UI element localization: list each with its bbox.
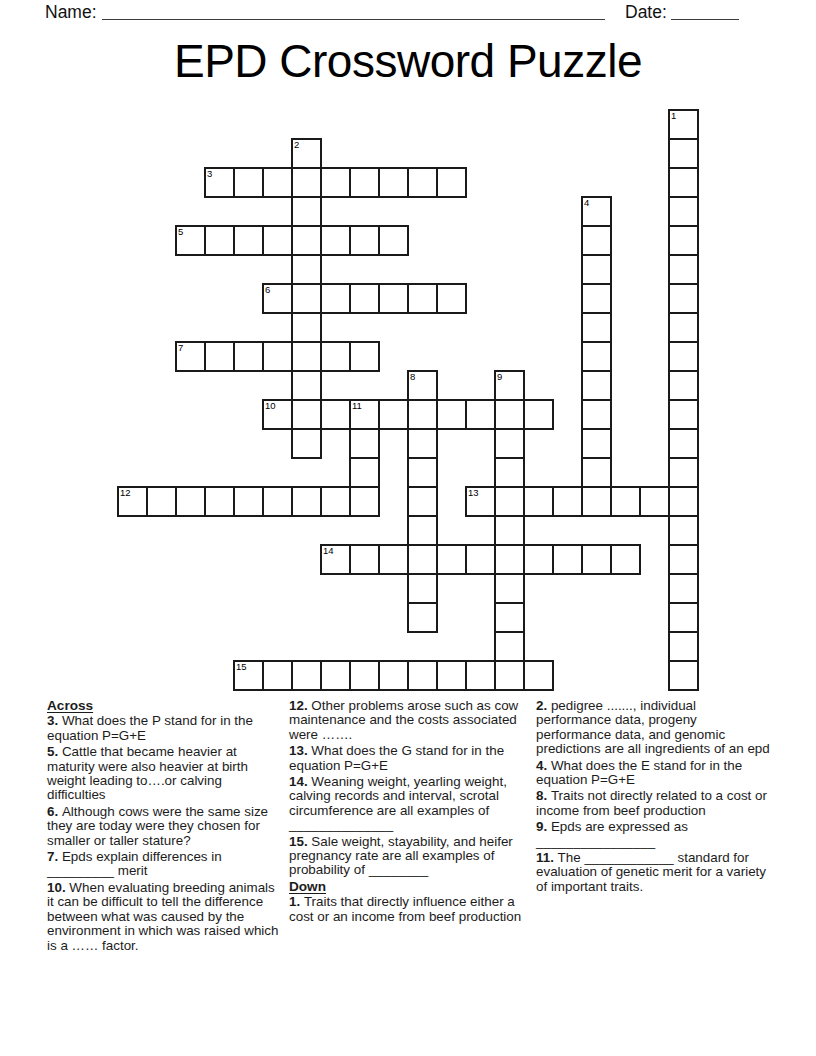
grid-cell-r0c19[interactable]: 1 [669,110,698,139]
grid-cell-r11c19[interactable] [669,429,698,458]
grid-cell-r8c6[interactable] [292,342,321,371]
grid-cell-r4c3[interactable] [205,226,234,255]
clue-11: 11. The ____________ standard for evalua… [536,851,773,894]
grid-cell-r8c3[interactable] [205,342,234,371]
grid-cell-r4c4[interactable] [234,226,263,255]
grid-cell-r7c16[interactable] [582,313,611,342]
grid-cell-r4c9[interactable] [379,226,408,255]
grid-cell-r13c14[interactable] [524,487,553,516]
grid-cell-r13c0[interactable]: 12 [118,487,147,516]
grid-cell-r12c13[interactable] [495,458,524,487]
grid-cell-r2c3[interactable]: 3 [205,168,234,197]
date-label: Date: [625,2,667,22]
grid-cell-r8c4[interactable] [234,342,263,371]
grid-cell-r6c11[interactable] [437,284,466,313]
grid-cell-r4c16[interactable] [582,226,611,255]
cell-number-7: 7 [178,343,183,353]
grid-cell-r12c16[interactable] [582,458,611,487]
clue-7: 7. Epds explain differences in _________… [47,850,284,879]
clue-8: 8. Traits not directly related to a cost… [536,789,773,818]
cell-number-8: 8 [410,372,415,382]
grid-cell-r15c8[interactable] [350,545,379,574]
grid-cell-r10c6[interactable] [292,400,321,429]
grid-cell-r19c7[interactable] [321,661,350,690]
grid-cell-r19c10[interactable] [408,661,437,690]
grid-cell-r6c10[interactable] [408,284,437,313]
grid-cell-r2c8[interactable] [350,168,379,197]
grid-cell-r3c6[interactable] [292,197,321,226]
clue-2: 2. pedigree ......., individual performa… [536,699,773,757]
grid-cell-r10c11[interactable] [437,400,466,429]
cell-number-12: 12 [120,488,131,498]
grid-cell-r9c10[interactable]: 8 [408,371,437,400]
grid-cell-r15c13[interactable] [495,545,524,574]
cell-number-15: 15 [236,662,247,672]
clue-6: 6. Although cows were the same size they… [47,805,284,848]
grid-cell-r17c19[interactable] [669,603,698,632]
grid-cell-r13c16[interactable] [582,487,611,516]
cell-number-10: 10 [265,401,276,411]
grid-cell-r15c12[interactable] [466,545,495,574]
grid-cell-r1c6[interactable]: 2 [292,139,321,168]
cell-number-9: 9 [497,372,502,382]
grid-cell-r13c15[interactable] [553,487,582,516]
grid-cell-r15c16[interactable] [582,545,611,574]
grid-cell-r10c12[interactable] [466,400,495,429]
grid-cell-r10c13[interactable] [495,400,524,429]
grid-cell-r6c5[interactable]: 6 [263,284,292,313]
grid-cell-r15c19[interactable] [669,545,698,574]
grid-cell-r13c4[interactable] [234,487,263,516]
grid-cell-r10c19[interactable] [669,400,698,429]
grid-cell-r3c19[interactable] [669,197,698,226]
grid-cell-r15c15[interactable] [553,545,582,574]
grid-cell-r13c2[interactable] [176,487,205,516]
grid-cell-r15c17[interactable] [611,545,640,574]
grid-cell-r8c16[interactable] [582,342,611,371]
grid-cell-r1c19[interactable] [669,139,698,168]
grid-cell-r4c19[interactable] [669,226,698,255]
grid-cell-r5c6[interactable] [292,255,321,284]
grid-cell-r16c13[interactable] [495,574,524,603]
grid-cell-r5c16[interactable] [582,255,611,284]
grid-cell-r19c8[interactable] [350,661,379,690]
grid-cell-r17c10[interactable] [408,603,437,632]
grid-cell-r15c14[interactable] [524,545,553,574]
grid-cell-r2c11[interactable] [437,168,466,197]
page-title: EPD Crossword Puzzle [0,34,816,88]
grid-cell-r19c9[interactable] [379,661,408,690]
crossword-grid: 123456789101112131415 [118,110,698,690]
name-blank-line [102,19,605,20]
grid-cell-r13c5[interactable] [263,487,292,516]
clue-1: 1. Traits that directly influence either… [289,895,526,924]
grid-cell-r2c6[interactable] [292,168,321,197]
cell-number-4: 4 [584,198,589,208]
grid-cell-r4c6[interactable] [292,226,321,255]
grid-cell-r15c11[interactable] [437,545,466,574]
grid-cell-r2c19[interactable] [669,168,698,197]
grid-cell-r13c10[interactable] [408,487,437,516]
clue-3: 3. What does the P stand for in the equa… [47,714,284,743]
clue-column-3: 2. pedigree ......., individual performa… [536,699,773,896]
grid-cell-r2c5[interactable] [263,168,292,197]
grid-cell-r18c19[interactable] [669,632,698,661]
clue-4: 4. What does the E stand for in the equa… [536,759,773,788]
cell-number-14: 14 [323,546,334,556]
grid-cell-r10c5[interactable]: 10 [263,400,292,429]
grid-cell-r9c13[interactable]: 9 [495,371,524,400]
grid-cell-r8c5[interactable] [263,342,292,371]
grid-cell-r4c7[interactable] [321,226,350,255]
grid-cell-r12c10[interactable] [408,458,437,487]
clue-5: 5. Cattle that became heavier at maturit… [47,745,284,803]
grid-cell-r8c19[interactable] [669,342,698,371]
grid-cell-r10c9[interactable] [379,400,408,429]
grid-cell-r15c7[interactable]: 14 [321,545,350,574]
grid-cell-r19c5[interactable] [263,661,292,690]
grid-cell-r13c7[interactable] [321,487,350,516]
grid-cell-r19c12[interactable] [466,661,495,690]
cell-number-6: 6 [265,285,270,295]
grid-cell-r14c13[interactable] [495,516,524,545]
grid-cell-r10c8[interactable]: 11 [350,400,379,429]
clue-15: 15. Sale weight, stayability, and heifer… [289,835,526,878]
worksheet-page: Name: Date: EPD Crossword Puzzle 1234567… [0,0,816,1056]
grid-cell-r4c2[interactable]: 5 [176,226,205,255]
grid-cell-r7c6[interactable] [292,313,321,342]
grid-cell-r6c7[interactable] [321,284,350,313]
clue-10: 10. When evaluating breeding animals it … [47,881,284,953]
grid-cell-r2c10[interactable] [408,168,437,197]
clues-down-header: Down [289,880,526,894]
grid-cell-r17c13[interactable] [495,603,524,632]
grid-cell-r19c6[interactable] [292,661,321,690]
clues-across-header: Across [47,699,284,713]
grid-cell-r2c7[interactable] [321,168,350,197]
cell-number-1: 1 [671,111,676,121]
clue-12: 12. Other problems arose such as cow mai… [289,699,526,742]
grid-cell-r11c10[interactable] [408,429,437,458]
clue-column-2: 12. Other problems arose such as cow mai… [289,699,526,926]
grid-cell-r10c10[interactable] [408,400,437,429]
grid-cell-r11c13[interactable] [495,429,524,458]
grid-cell-r16c10[interactable] [408,574,437,603]
grid-cell-r13c19[interactable] [669,487,698,516]
grid-cell-r14c10[interactable] [408,516,437,545]
grid-cell-r11c16[interactable] [582,429,611,458]
grid-cell-r6c9[interactable] [379,284,408,313]
grid-cell-r3c16[interactable]: 4 [582,197,611,226]
grid-cell-r14c19[interactable] [669,516,698,545]
grid-cell-r12c8[interactable] [350,458,379,487]
cell-number-13: 13 [468,488,479,498]
grid-cell-r12c19[interactable] [669,458,698,487]
grid-cell-r19c4[interactable]: 15 [234,661,263,690]
date-blank-line [671,19,739,20]
grid-cell-r10c16[interactable] [582,400,611,429]
grid-cell-r9c19[interactable] [669,371,698,400]
grid-cell-r8c2[interactable]: 7 [176,342,205,371]
grid-cell-r13c3[interactable] [205,487,234,516]
cell-number-11: 11 [352,401,362,411]
grid-cell-r13c12[interactable]: 13 [466,487,495,516]
grid-cell-r8c8[interactable] [350,342,379,371]
grid-cell-r15c10[interactable] [408,545,437,574]
grid-cell-r15c9[interactable] [379,545,408,574]
clue-14: 14. Weaning weight, yearling weight, cal… [289,775,526,833]
grid-cell-r19c19[interactable] [669,661,698,690]
name-label: Name: [45,2,97,22]
grid-cell-r18c13[interactable] [495,632,524,661]
grid-cell-r9c16[interactable] [582,371,611,400]
grid-cell-r19c11[interactable] [437,661,466,690]
grid-cell-r11c6[interactable] [292,429,321,458]
grid-cell-r13c13[interactable] [495,487,524,516]
grid-cell-r13c17[interactable] [611,487,640,516]
grid-cell-r16c19[interactable] [669,574,698,603]
grid-cell-r13c8[interactable] [350,487,379,516]
grid-cell-r2c9[interactable] [379,168,408,197]
clue-9: 9. Epds are expressed as _______________… [536,820,773,849]
grid-cell-r13c1[interactable] [147,487,176,516]
grid-cell-r6c8[interactable] [350,284,379,313]
grid-cell-r19c14[interactable] [524,661,553,690]
grid-cell-r6c16[interactable] [582,284,611,313]
grid-cell-r6c6[interactable] [292,284,321,313]
clue-13: 13. What does the G stand for in the equ… [289,744,526,773]
grid-cell-r10c14[interactable] [524,400,553,429]
grid-cell-r11c8[interactable] [350,429,379,458]
grid-cell-r19c13[interactable] [495,661,524,690]
grid-cell-r4c5[interactable] [263,226,292,255]
grid-cell-r6c19[interactable] [669,284,698,313]
grid-cell-r5c19[interactable] [669,255,698,284]
grid-cell-r7c19[interactable] [669,313,698,342]
grid-cell-r9c6[interactable] [292,371,321,400]
cell-number-5: 5 [178,227,183,237]
grid-cell-r8c7[interactable] [321,342,350,371]
grid-cell-r2c4[interactable] [234,168,263,197]
grid-cell-r13c18[interactable] [640,487,669,516]
clue-column-1: Across3. What does the P stand for in th… [47,699,284,955]
grid-cell-r13c6[interactable] [292,487,321,516]
grid-cell-r10c7[interactable] [321,400,350,429]
cell-number-2: 2 [294,140,299,150]
grid-cell-r4c8[interactable] [350,226,379,255]
cell-number-3: 3 [207,169,212,179]
